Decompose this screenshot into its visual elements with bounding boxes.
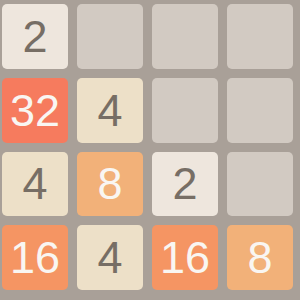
tile-r2c2: 4 <box>77 78 143 143</box>
tile-r1c2 <box>77 4 143 69</box>
tile-r2c1: 32 <box>2 78 68 143</box>
tile-r4c3: 16 <box>152 225 218 290</box>
tile-r4c2: 4 <box>77 225 143 290</box>
tile-r3c1: 4 <box>2 152 68 217</box>
tile-r3c3: 2 <box>152 152 218 217</box>
tile-r4c4: 8 <box>227 225 293 290</box>
tile-r2c3 <box>152 78 218 143</box>
tile-grid: 2 32 4 4 8 2 16 4 16 8 <box>2 4 293 290</box>
tile-r1c1: 2 <box>2 4 68 69</box>
tile-r1c3 <box>152 4 218 69</box>
tile-r3c4 <box>227 152 293 217</box>
board-2048[interactable]: 2 32 4 4 8 2 16 4 16 8 <box>0 0 300 300</box>
tile-r3c2: 8 <box>77 152 143 217</box>
tile-r1c4 <box>227 4 293 69</box>
tile-r2c4 <box>227 78 293 143</box>
tile-r4c1: 16 <box>2 225 68 290</box>
